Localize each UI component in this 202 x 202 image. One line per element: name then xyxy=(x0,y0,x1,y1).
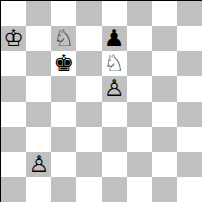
square-a2[interactable] xyxy=(1,152,26,177)
square-c8[interactable] xyxy=(51,1,76,26)
square-b5[interactable] xyxy=(26,76,51,101)
square-a6[interactable] xyxy=(1,51,26,76)
square-b4[interactable] xyxy=(26,102,51,127)
square-h1[interactable] xyxy=(177,177,202,202)
square-g5[interactable] xyxy=(152,76,177,101)
square-e8[interactable] xyxy=(102,1,127,26)
square-e5[interactable]: ♙ xyxy=(102,76,127,101)
square-b3[interactable] xyxy=(26,127,51,152)
square-d8[interactable] xyxy=(76,1,101,26)
square-h7[interactable] xyxy=(177,26,202,51)
square-b8[interactable] xyxy=(26,1,51,26)
square-b7[interactable] xyxy=(26,26,51,51)
square-g4[interactable] xyxy=(152,102,177,127)
square-f1[interactable] xyxy=(127,177,152,202)
square-c5[interactable] xyxy=(51,76,76,101)
square-d7[interactable] xyxy=(76,26,101,51)
square-d3[interactable] xyxy=(76,127,101,152)
square-e4[interactable] xyxy=(102,102,127,127)
square-f7[interactable] xyxy=(127,26,152,51)
square-f4[interactable] xyxy=(127,102,152,127)
white-pawn: ♙ xyxy=(104,77,125,100)
square-c1[interactable] xyxy=(51,177,76,202)
square-e6[interactable]: ♘ xyxy=(102,51,127,76)
square-f6[interactable] xyxy=(127,51,152,76)
square-b6[interactable] xyxy=(26,51,51,76)
square-a3[interactable] xyxy=(1,127,26,152)
square-h4[interactable] xyxy=(177,102,202,127)
square-g6[interactable] xyxy=(152,51,177,76)
square-d4[interactable] xyxy=(76,102,101,127)
square-h3[interactable] xyxy=(177,127,202,152)
square-h5[interactable] xyxy=(177,76,202,101)
square-c7[interactable]: ♘ xyxy=(51,26,76,51)
square-a5[interactable] xyxy=(1,76,26,101)
square-f2[interactable] xyxy=(127,152,152,177)
black-pawn: ♟ xyxy=(104,27,125,50)
square-d1[interactable] xyxy=(76,177,101,202)
square-d6[interactable] xyxy=(76,51,101,76)
square-a4[interactable] xyxy=(1,102,26,127)
square-g2[interactable] xyxy=(152,152,177,177)
square-d2[interactable] xyxy=(76,152,101,177)
square-f3[interactable] xyxy=(127,127,152,152)
square-h2[interactable] xyxy=(177,152,202,177)
white-knight: ♘ xyxy=(104,52,125,75)
square-h6[interactable] xyxy=(177,51,202,76)
square-b1[interactable] xyxy=(26,177,51,202)
square-e2[interactable] xyxy=(102,152,127,177)
square-g7[interactable] xyxy=(152,26,177,51)
square-f8[interactable] xyxy=(127,1,152,26)
square-f5[interactable] xyxy=(127,76,152,101)
square-b2[interactable]: ♙ xyxy=(26,152,51,177)
square-a8[interactable] xyxy=(1,1,26,26)
white-king: ♔ xyxy=(3,27,24,50)
square-h8[interactable] xyxy=(177,1,202,26)
white-knight: ♘ xyxy=(54,27,75,50)
square-c6[interactable]: ♚ xyxy=(51,51,76,76)
square-g1[interactable] xyxy=(152,177,177,202)
square-a1[interactable] xyxy=(1,177,26,202)
square-c4[interactable] xyxy=(51,102,76,127)
square-c2[interactable] xyxy=(51,152,76,177)
square-e1[interactable] xyxy=(102,177,127,202)
square-c3[interactable] xyxy=(51,127,76,152)
chess-board: ♔♘♟♚♘♙♙ xyxy=(0,0,202,202)
square-g3[interactable] xyxy=(152,127,177,152)
square-g8[interactable] xyxy=(152,1,177,26)
white-pawn: ♙ xyxy=(28,153,49,176)
square-e3[interactable] xyxy=(102,127,127,152)
black-king: ♚ xyxy=(54,52,75,75)
square-d5[interactable] xyxy=(76,76,101,101)
square-e7[interactable]: ♟ xyxy=(102,26,127,51)
square-a7[interactable]: ♔ xyxy=(1,26,26,51)
